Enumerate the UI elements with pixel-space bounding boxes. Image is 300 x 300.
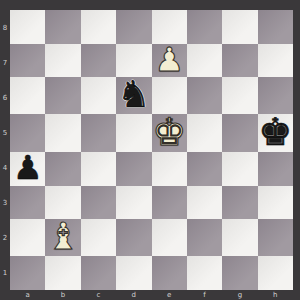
square-d1[interactable] xyxy=(116,256,151,290)
square-c3[interactable] xyxy=(81,186,116,220)
square-a4[interactable]: ♟ xyxy=(10,152,45,186)
square-f6[interactable] xyxy=(187,77,222,114)
square-f4[interactable] xyxy=(187,152,222,186)
piece-black-king: ♚ xyxy=(258,113,292,151)
square-b8[interactable] xyxy=(45,10,80,44)
square-c6[interactable] xyxy=(81,77,116,114)
square-c8[interactable] xyxy=(81,10,116,44)
square-b2[interactable]: ♝ xyxy=(45,219,80,256)
square-b5[interactable] xyxy=(45,114,80,152)
square-b1[interactable] xyxy=(45,256,80,290)
square-d3[interactable] xyxy=(116,186,151,220)
rank-label-8: 8 xyxy=(0,10,10,45)
square-e6[interactable] xyxy=(152,77,187,114)
square-d2[interactable] xyxy=(116,219,151,256)
file-label-f: f xyxy=(187,290,222,300)
square-b6[interactable] xyxy=(45,77,80,114)
square-a2[interactable] xyxy=(10,219,45,256)
square-a6[interactable] xyxy=(10,77,45,114)
square-e3[interactable] xyxy=(152,186,187,220)
square-a8[interactable] xyxy=(10,10,45,44)
rank-label-7: 7 xyxy=(0,45,10,80)
file-label-h: h xyxy=(258,290,293,300)
square-h1[interactable] xyxy=(258,256,293,290)
square-c5[interactable] xyxy=(81,114,116,152)
square-g6[interactable] xyxy=(222,77,257,114)
square-g1[interactable] xyxy=(222,256,257,290)
rank-label-4: 4 xyxy=(0,150,10,185)
square-c4[interactable] xyxy=(81,152,116,186)
chess-board-frame: 87654321 abcdefgh ♟♞♚♚♟♝ xyxy=(0,0,300,300)
square-f3[interactable] xyxy=(187,186,222,220)
rank-label-3: 3 xyxy=(0,185,10,220)
square-h8[interactable] xyxy=(258,10,293,44)
file-label-b: b xyxy=(45,290,80,300)
square-a5[interactable] xyxy=(10,114,45,152)
square-c7[interactable] xyxy=(81,44,116,78)
rank-label-2: 2 xyxy=(0,220,10,255)
file-label-e: e xyxy=(152,290,187,300)
file-label-g: g xyxy=(222,290,257,300)
square-e1[interactable] xyxy=(152,256,187,290)
square-e5[interactable]: ♚ xyxy=(152,114,187,152)
square-d7[interactable] xyxy=(116,44,151,78)
square-d6[interactable]: ♞ xyxy=(116,77,151,114)
square-c1[interactable] xyxy=(81,256,116,290)
rank-labels: 87654321 xyxy=(0,10,10,290)
square-a1[interactable] xyxy=(10,256,45,290)
square-g3[interactable] xyxy=(222,186,257,220)
square-b4[interactable] xyxy=(45,152,80,186)
file-label-d: d xyxy=(116,290,151,300)
rank-label-6: 6 xyxy=(0,80,10,115)
file-labels: abcdefgh xyxy=(10,290,293,300)
square-h2[interactable] xyxy=(258,219,293,256)
square-d4[interactable] xyxy=(116,152,151,186)
square-e4[interactable] xyxy=(152,152,187,186)
square-f8[interactable] xyxy=(187,10,222,44)
square-e2[interactable] xyxy=(152,219,187,256)
square-a3[interactable] xyxy=(10,186,45,220)
piece-white-pawn: ♟ xyxy=(154,43,184,76)
file-label-a: a xyxy=(10,290,45,300)
piece-white-king: ♚ xyxy=(152,113,186,151)
square-h3[interactable] xyxy=(258,186,293,220)
square-g5[interactable] xyxy=(222,114,257,152)
rank-label-5: 5 xyxy=(0,115,10,150)
square-a7[interactable] xyxy=(10,44,45,78)
square-b7[interactable] xyxy=(45,44,80,78)
square-c2[interactable] xyxy=(81,219,116,256)
rank-label-1: 1 xyxy=(0,255,10,290)
square-h4[interactable] xyxy=(258,152,293,186)
square-d5[interactable] xyxy=(116,114,151,152)
piece-white-bishop: ♝ xyxy=(46,218,79,255)
square-g7[interactable] xyxy=(222,44,257,78)
square-h6[interactable] xyxy=(258,77,293,114)
square-f2[interactable] xyxy=(187,219,222,256)
square-b3[interactable] xyxy=(45,186,80,220)
square-f5[interactable] xyxy=(187,114,222,152)
square-g4[interactable] xyxy=(222,152,257,186)
square-f7[interactable] xyxy=(187,44,222,78)
square-h5[interactable]: ♚ xyxy=(258,114,293,152)
square-e8[interactable] xyxy=(152,10,187,44)
square-g8[interactable] xyxy=(222,10,257,44)
piece-black-pawn: ♟ xyxy=(13,151,43,184)
chess-board: ♟♞♚♚♟♝ xyxy=(10,10,293,290)
square-g2[interactable] xyxy=(222,219,257,256)
file-label-c: c xyxy=(81,290,116,300)
piece-black-knight: ♞ xyxy=(117,76,150,113)
square-d8[interactable] xyxy=(116,10,151,44)
square-h7[interactable] xyxy=(258,44,293,78)
square-e7[interactable]: ♟ xyxy=(152,44,187,78)
square-f1[interactable] xyxy=(187,256,222,290)
